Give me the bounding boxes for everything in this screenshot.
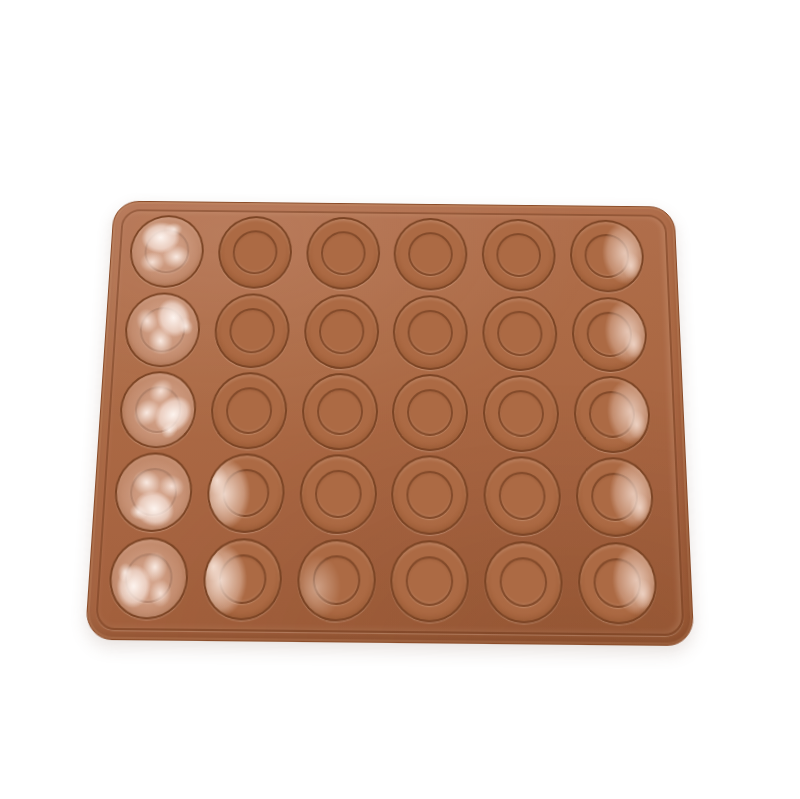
mold-inner-ring: [593, 558, 642, 608]
macaron-mold-r4-c5: [483, 456, 561, 536]
macaron-mold-r2-c4: [393, 295, 468, 371]
mold-inner-ring: [232, 230, 278, 274]
macaron-mold-r3-c2: [209, 372, 288, 450]
mold-inner-ring: [496, 233, 541, 277]
macaron-mold-r5-c3: [296, 539, 376, 622]
mold-inner-ring: [408, 232, 453, 276]
mold-inner-ring: [498, 390, 545, 437]
macaron-mold-r1-c6: [569, 220, 645, 293]
macaron-mold-r4-c2: [206, 453, 286, 533]
macaron-mold-r1-c1: [128, 215, 206, 288]
macaron-mold-r1-c5: [482, 219, 557, 292]
mold-inner-ring: [225, 387, 273, 434]
mold-inner-ring: [312, 555, 360, 605]
mold-inner-ring: [497, 310, 543, 356]
mat-perspective-wrapper: [85, 201, 695, 646]
mold-inner-ring: [584, 234, 630, 278]
mold-inner-ring: [222, 469, 271, 518]
macaron-mold-r4-c4: [391, 455, 469, 535]
mold-inner-ring: [314, 470, 362, 519]
mold-inner-ring: [144, 229, 191, 273]
macaron-mold-r1-c4: [394, 218, 468, 291]
mold-inner-ring: [406, 556, 454, 606]
macaron-mold-r5-c1: [107, 537, 190, 620]
mold-inner-ring: [316, 388, 363, 435]
mold-inner-ring: [218, 554, 267, 604]
macaron-mold-r3-c3: [301, 373, 379, 451]
macaron-mold-r3-c5: [483, 375, 560, 453]
mold-inner-ring: [408, 309, 453, 355]
macaron-mold-r4-c6: [575, 457, 655, 537]
macaron-mold-r5-c4: [390, 540, 469, 623]
product-photo-stage: [0, 0, 800, 799]
macaron-mold-r3-c6: [573, 376, 651, 454]
macaron-mold-r2-c1: [123, 292, 202, 367]
macaron-mold-r2-c2: [213, 293, 291, 368]
mold-inner-ring: [590, 473, 638, 522]
mold-inner-ring: [588, 391, 635, 438]
macaron-mold-r4-c3: [298, 454, 377, 534]
macaron-mold-r2-c5: [482, 296, 558, 372]
silicone-macaron-mat: [85, 201, 695, 646]
mold-grid: [100, 213, 666, 627]
mold-inner-ring: [499, 472, 546, 521]
macaron-mold-r2-c6: [571, 296, 648, 372]
mold-inner-ring: [139, 307, 187, 353]
macaron-mold-r2-c3: [303, 294, 379, 370]
macaron-mold-r1-c3: [305, 217, 380, 290]
mold-inner-ring: [499, 557, 547, 607]
mold-inner-ring: [134, 386, 183, 433]
macaron-mold-r5-c2: [202, 538, 284, 621]
mold-inner-ring: [320, 231, 365, 275]
mold-inner-ring: [407, 471, 454, 520]
macaron-mold-r4-c1: [113, 452, 195, 532]
macaron-mold-r5-c5: [484, 541, 564, 624]
mold-inner-ring: [586, 311, 633, 357]
macaron-mold-r5-c6: [577, 542, 658, 625]
mold-inner-ring: [229, 307, 276, 353]
macaron-mold-r3-c4: [392, 374, 469, 452]
macaron-mold-r1-c2: [217, 216, 293, 289]
mold-inner-ring: [129, 468, 178, 517]
mold-inner-ring: [124, 553, 174, 603]
macaron-mold-r3-c1: [118, 371, 198, 449]
mold-inner-ring: [407, 389, 453, 436]
mold-inner-ring: [318, 308, 364, 354]
